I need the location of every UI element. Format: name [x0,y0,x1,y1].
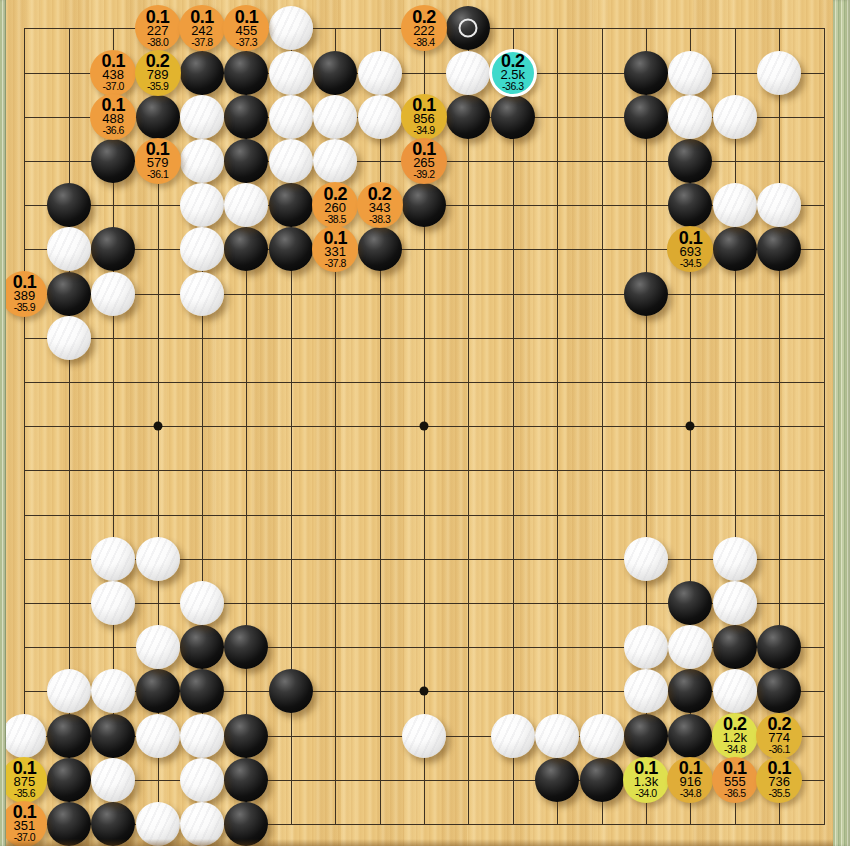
black-stone [624,95,668,139]
black-stone [668,139,712,183]
black-stone [757,227,801,271]
white-stone [624,537,668,581]
candidate-score: -35.9 [14,302,35,312]
black-stone [668,669,712,713]
black-stone [446,95,490,139]
black-stone [402,183,446,227]
white-stone [358,95,402,139]
star-point [686,422,695,431]
black-stone [180,669,224,713]
go-board[interactable]: 0.1227-38.00.1242-37.80.1455-37.30.2222-… [0,0,850,846]
grid-line-horizontal [24,515,824,516]
candidate-visits: 242 [191,25,213,37]
black-stone [224,51,268,95]
black-stone [535,758,579,802]
candidate-move[interactable]: 0.1227-38.0 [135,5,181,51]
grid-line-vertical [513,28,514,825]
candidate-visits: 265 [413,157,435,169]
white-stone [446,51,490,95]
candidate-score: -36.1 [147,169,168,179]
last-move-marker-icon [459,19,478,38]
white-stone [713,183,757,227]
candidate-move[interactable]: 0.21.2k-34.8 [712,713,758,759]
black-stone [224,95,268,139]
white-stone [624,625,668,669]
white-stone [313,95,357,139]
black-stone [668,714,712,758]
candidate-visits: 222 [413,25,435,37]
white-stone [180,183,224,227]
black-stone [224,625,268,669]
black-stone [668,581,712,625]
white-stone [180,714,224,758]
white-stone [713,581,757,625]
candidate-visits: 875 [14,776,36,788]
white-stone [269,139,313,183]
candidate-move[interactable]: 0.1693-34.5 [667,226,713,272]
candidate-visits: 331 [324,246,346,258]
black-stone [136,95,180,139]
candidate-score: -38.3 [369,214,390,224]
white-stone [180,139,224,183]
white-stone [91,272,135,316]
candidate-score: -34.5 [680,258,701,268]
candidate-move[interactable]: 0.2789-35.9 [135,50,181,96]
candidate-score: -34.9 [413,125,434,135]
white-stone [713,669,757,713]
white-stone [668,51,712,95]
white-stone [180,227,224,271]
black-stone [47,714,91,758]
best-candidate-move[interactable]: 0.22.5k-36.3 [489,49,537,97]
candidate-score: -35.6 [14,788,35,798]
candidate-move[interactable]: 0.2260-38.5 [312,182,358,228]
candidate-visits: 488 [102,113,124,125]
candidate-score: -37.0 [102,81,123,91]
white-stone [358,51,402,95]
candidate-move[interactable]: 0.1331-37.8 [312,226,358,272]
candidate-visits: 343 [369,202,391,214]
candidate-visits: 438 [102,69,124,81]
candidate-visits: 555 [724,776,746,788]
black-stone [269,227,313,271]
black-stone [224,227,268,271]
candidate-move[interactable]: 0.2343-38.3 [357,182,403,228]
black-stone [47,758,91,802]
candidate-move[interactable]: 0.2222-38.4 [401,5,447,51]
candidate-score: -34.8 [680,788,701,798]
black-stone [580,758,624,802]
candidate-move[interactable]: 0.1389-35.9 [1,271,47,317]
white-stone [136,714,180,758]
white-stone [535,714,579,758]
black-stone [757,625,801,669]
black-stone [269,669,313,713]
candidate-visits: 856 [413,113,435,125]
black-stone [358,227,402,271]
star-point [420,687,429,696]
black-stone [47,272,91,316]
candidate-move[interactable]: 0.2774-36.1 [756,713,802,759]
white-stone [668,625,712,669]
black-stone [624,714,668,758]
black-stone [180,625,224,669]
white-stone [47,316,91,360]
black-stone [47,183,91,227]
black-stone [136,669,180,713]
candidate-move[interactable]: 0.1265-39.2 [401,138,447,184]
white-stone [757,51,801,95]
white-stone [180,758,224,802]
candidate-move[interactable]: 0.1438-37.0 [90,50,136,96]
candidate-score: -34.0 [635,788,656,798]
candidate-move[interactable]: 0.1875-35.6 [1,757,47,803]
white-stone [180,95,224,139]
black-stone [91,139,135,183]
black-stone [224,139,268,183]
white-stone [269,51,313,95]
candidate-move[interactable]: 0.1455-37.3 [223,5,269,51]
candidate-score: -38.5 [324,214,345,224]
black-stone [224,758,268,802]
black-stone [313,51,357,95]
candidate-visits: 260 [324,202,346,214]
white-stone [2,714,46,758]
candidate-move[interactable]: 0.1555-36.5 [712,757,758,803]
candidate-visits: 916 [680,776,702,788]
grid-line-horizontal [24,470,824,471]
black-stone [91,714,135,758]
white-stone [180,272,224,316]
white-stone [91,758,135,802]
candidate-score: -37.8 [324,258,345,268]
white-stone [580,714,624,758]
candidate-visits: 789 [147,69,169,81]
black-stone [757,669,801,713]
candidate-move[interactable]: 0.1736-35.5 [756,757,802,803]
white-stone [136,625,180,669]
candidate-visits: 693 [680,246,702,258]
candidate-score: -34.8 [724,744,745,754]
candidate-move[interactable]: 0.1488-36.6 [90,94,136,140]
white-stone [757,183,801,227]
candidate-move[interactable]: 0.1916-34.8 [667,757,713,803]
black-stone [624,272,668,316]
black-stone [91,227,135,271]
white-stone [402,714,446,758]
white-stone [180,581,224,625]
table-edge-left [0,0,6,846]
candidate-score: -38.0 [147,37,168,47]
candidate-visits: 774 [768,732,790,744]
black-stone [269,183,313,227]
candidate-visits: 351 [14,820,36,832]
grid-line-vertical [824,28,825,825]
star-point [420,422,429,431]
black-stone [224,714,268,758]
black-stone [713,227,757,271]
grid-line-vertical [557,28,558,825]
white-stone [491,714,535,758]
board-bottom-edge [0,839,850,846]
candidate-score: -37.3 [236,37,257,47]
white-stone [47,227,91,271]
black-stone [446,6,490,50]
white-stone [668,95,712,139]
candidate-visits: 736 [768,776,790,788]
white-stone [91,669,135,713]
candidate-score: -36.6 [102,125,123,135]
candidate-visits: 2.5k [501,69,526,81]
candidate-move[interactable]: 0.1579-36.1 [135,138,181,184]
black-stone [713,625,757,669]
white-stone [269,95,313,139]
white-stone [313,139,357,183]
white-stone [713,537,757,581]
white-stone [224,183,268,227]
white-stone [269,6,313,50]
white-stone [91,581,135,625]
white-stone [713,95,757,139]
candidate-score: -37.8 [191,37,212,47]
candidate-visits: 1.2k [723,732,748,744]
candidate-move[interactable]: 0.1856-34.9 [401,94,447,140]
white-stone [624,669,668,713]
grid-line-vertical [468,28,469,825]
candidate-move[interactable]: 0.1242-37.8 [179,5,225,51]
black-stone [624,51,668,95]
grid-line-vertical [602,28,603,825]
candidate-score: -38.4 [413,37,434,47]
candidate-score: -36.3 [502,81,523,91]
candidate-move[interactable]: 0.11.3k-34.0 [623,757,669,803]
white-stone [91,537,135,581]
candidate-visits: 389 [14,290,36,302]
black-stone [668,183,712,227]
white-stone [47,669,91,713]
candidate-visits: 455 [236,25,258,37]
candidate-visits: 1.3k [634,776,659,788]
candidate-visits: 227 [147,25,169,37]
candidate-visits: 579 [147,157,169,169]
star-point [153,422,162,431]
candidate-score: -35.9 [147,81,168,91]
black-stone [180,51,224,95]
candidate-score: -36.1 [768,744,789,754]
table-edge-right [833,0,850,846]
candidate-score: -36.5 [724,788,745,798]
black-stone [491,95,535,139]
white-stone [136,537,180,581]
candidate-score: -39.2 [413,169,434,179]
candidate-score: -35.5 [768,788,789,798]
